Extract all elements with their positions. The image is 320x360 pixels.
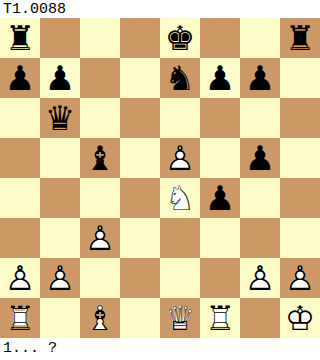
square-h6[interactable] (280, 98, 320, 138)
square-f4[interactable]: ♟︎ (200, 178, 240, 218)
square-e7[interactable]: ♞︎ (160, 58, 200, 98)
black-knight-icon: ♞︎ (160, 58, 200, 98)
square-g4[interactable] (240, 178, 280, 218)
square-h2[interactable]: ♟︎♙︎ (280, 258, 320, 298)
black-pawn-icon: ♟︎ (240, 58, 280, 98)
square-f8[interactable] (200, 18, 240, 58)
white-pawn-icon: ♙︎ (80, 218, 120, 258)
white-rook-fill: ♜︎ (0, 298, 40, 338)
square-h4[interactable] (280, 178, 320, 218)
square-c2[interactable] (80, 258, 120, 298)
move-prompt: 1... ? (3, 340, 57, 357)
square-h5[interactable] (280, 138, 320, 178)
square-d8[interactable] (120, 18, 160, 58)
square-c1[interactable]: ♝︎♗︎ (80, 298, 120, 338)
white-rook-fill: ♜︎ (200, 298, 240, 338)
chess-board: ♜︎♚︎♜︎♟︎♟︎♞︎♟︎♟︎♛︎♝︎♟︎♙︎♟︎♞︎♘︎♟︎♟︎♙︎♟︎♙︎… (0, 18, 320, 338)
square-b6[interactable]: ♛︎ (40, 98, 80, 138)
square-f6[interactable] (200, 98, 240, 138)
black-pawn-icon: ♟︎ (40, 58, 80, 98)
square-g2[interactable]: ♟︎♙︎ (240, 258, 280, 298)
square-f3[interactable] (200, 218, 240, 258)
square-f2[interactable] (200, 258, 240, 298)
black-king-icon: ♚︎ (160, 18, 200, 58)
square-d7[interactable] (120, 58, 160, 98)
square-c4[interactable] (80, 178, 120, 218)
white-queen-fill: ♛︎ (160, 298, 200, 338)
square-g7[interactable]: ♟︎ (240, 58, 280, 98)
black-bishop-icon: ♝︎ (80, 138, 120, 178)
black-rook-icon: ♜︎ (280, 18, 320, 58)
white-king-fill: ♚︎ (280, 298, 320, 338)
white-bishop-fill: ♝︎ (80, 298, 120, 338)
square-f1[interactable]: ♜︎♖︎ (200, 298, 240, 338)
white-pawn-fill: ♟︎ (240, 258, 280, 298)
square-g6[interactable] (240, 98, 280, 138)
white-pawn-fill: ♟︎ (0, 258, 40, 298)
square-d6[interactable] (120, 98, 160, 138)
white-pawn-fill: ♟︎ (160, 138, 200, 178)
square-g1[interactable] (240, 298, 280, 338)
square-f5[interactable] (200, 138, 240, 178)
white-pawn-icon: ♙︎ (0, 258, 40, 298)
square-h7[interactable] (280, 58, 320, 98)
square-d1[interactable] (120, 298, 160, 338)
square-a8[interactable]: ♜︎ (0, 18, 40, 58)
square-c3[interactable]: ♟︎♙︎ (80, 218, 120, 258)
square-e3[interactable] (160, 218, 200, 258)
square-c8[interactable] (80, 18, 120, 58)
white-pawn-icon: ♙︎ (40, 258, 80, 298)
white-pawn-icon: ♙︎ (280, 258, 320, 298)
square-g8[interactable] (240, 18, 280, 58)
white-king-icon: ♔︎ (280, 298, 320, 338)
square-b8[interactable] (40, 18, 80, 58)
square-g5[interactable]: ♟︎ (240, 138, 280, 178)
square-h3[interactable] (280, 218, 320, 258)
square-b2[interactable]: ♟︎♙︎ (40, 258, 80, 298)
square-b4[interactable] (40, 178, 80, 218)
white-pawn-fill: ♟︎ (80, 218, 120, 258)
square-a7[interactable]: ♟︎ (0, 58, 40, 98)
square-b5[interactable] (40, 138, 80, 178)
square-a2[interactable]: ♟︎♙︎ (0, 258, 40, 298)
square-b7[interactable]: ♟︎ (40, 58, 80, 98)
square-e8[interactable]: ♚︎ (160, 18, 200, 58)
black-rook-icon: ♜︎ (0, 18, 40, 58)
square-a6[interactable] (0, 98, 40, 138)
black-pawn-icon: ♟︎ (200, 178, 240, 218)
square-e5[interactable]: ♟︎♙︎ (160, 138, 200, 178)
square-b3[interactable] (40, 218, 80, 258)
square-a1[interactable]: ♜︎♖︎ (0, 298, 40, 338)
square-a3[interactable] (0, 218, 40, 258)
white-rook-icon: ♖︎ (0, 298, 40, 338)
black-queen-icon: ♛︎ (40, 98, 80, 138)
black-pawn-icon: ♟︎ (0, 58, 40, 98)
white-knight-icon: ♘︎ (160, 178, 200, 218)
square-e6[interactable] (160, 98, 200, 138)
white-pawn-icon: ♙︎ (240, 258, 280, 298)
square-h1[interactable]: ♚︎♔︎ (280, 298, 320, 338)
square-c5[interactable]: ♝︎ (80, 138, 120, 178)
black-pawn-icon: ♟︎ (240, 138, 280, 178)
white-pawn-fill: ♟︎ (280, 258, 320, 298)
white-knight-fill: ♞︎ (160, 178, 200, 218)
square-h8[interactable]: ♜︎ (280, 18, 320, 58)
square-c6[interactable] (80, 98, 120, 138)
square-a4[interactable] (0, 178, 40, 218)
square-c7[interactable] (80, 58, 120, 98)
square-e2[interactable] (160, 258, 200, 298)
square-b1[interactable] (40, 298, 80, 338)
square-e4[interactable]: ♞︎♘︎ (160, 178, 200, 218)
white-queen-icon: ♕︎ (160, 298, 200, 338)
square-d3[interactable] (120, 218, 160, 258)
white-rook-icon: ♖︎ (200, 298, 240, 338)
square-d4[interactable] (120, 178, 160, 218)
white-pawn-fill: ♟︎ (40, 258, 80, 298)
square-e1[interactable]: ♛︎♕︎ (160, 298, 200, 338)
square-g3[interactable] (240, 218, 280, 258)
square-d5[interactable] (120, 138, 160, 178)
puzzle-id: T1.0088 (3, 1, 66, 18)
square-d2[interactable] (120, 258, 160, 298)
square-a5[interactable] (0, 138, 40, 178)
square-f7[interactable]: ♟︎ (200, 58, 240, 98)
black-pawn-icon: ♟︎ (200, 58, 240, 98)
white-bishop-icon: ♗︎ (80, 298, 120, 338)
white-pawn-icon: ♙︎ (160, 138, 200, 178)
